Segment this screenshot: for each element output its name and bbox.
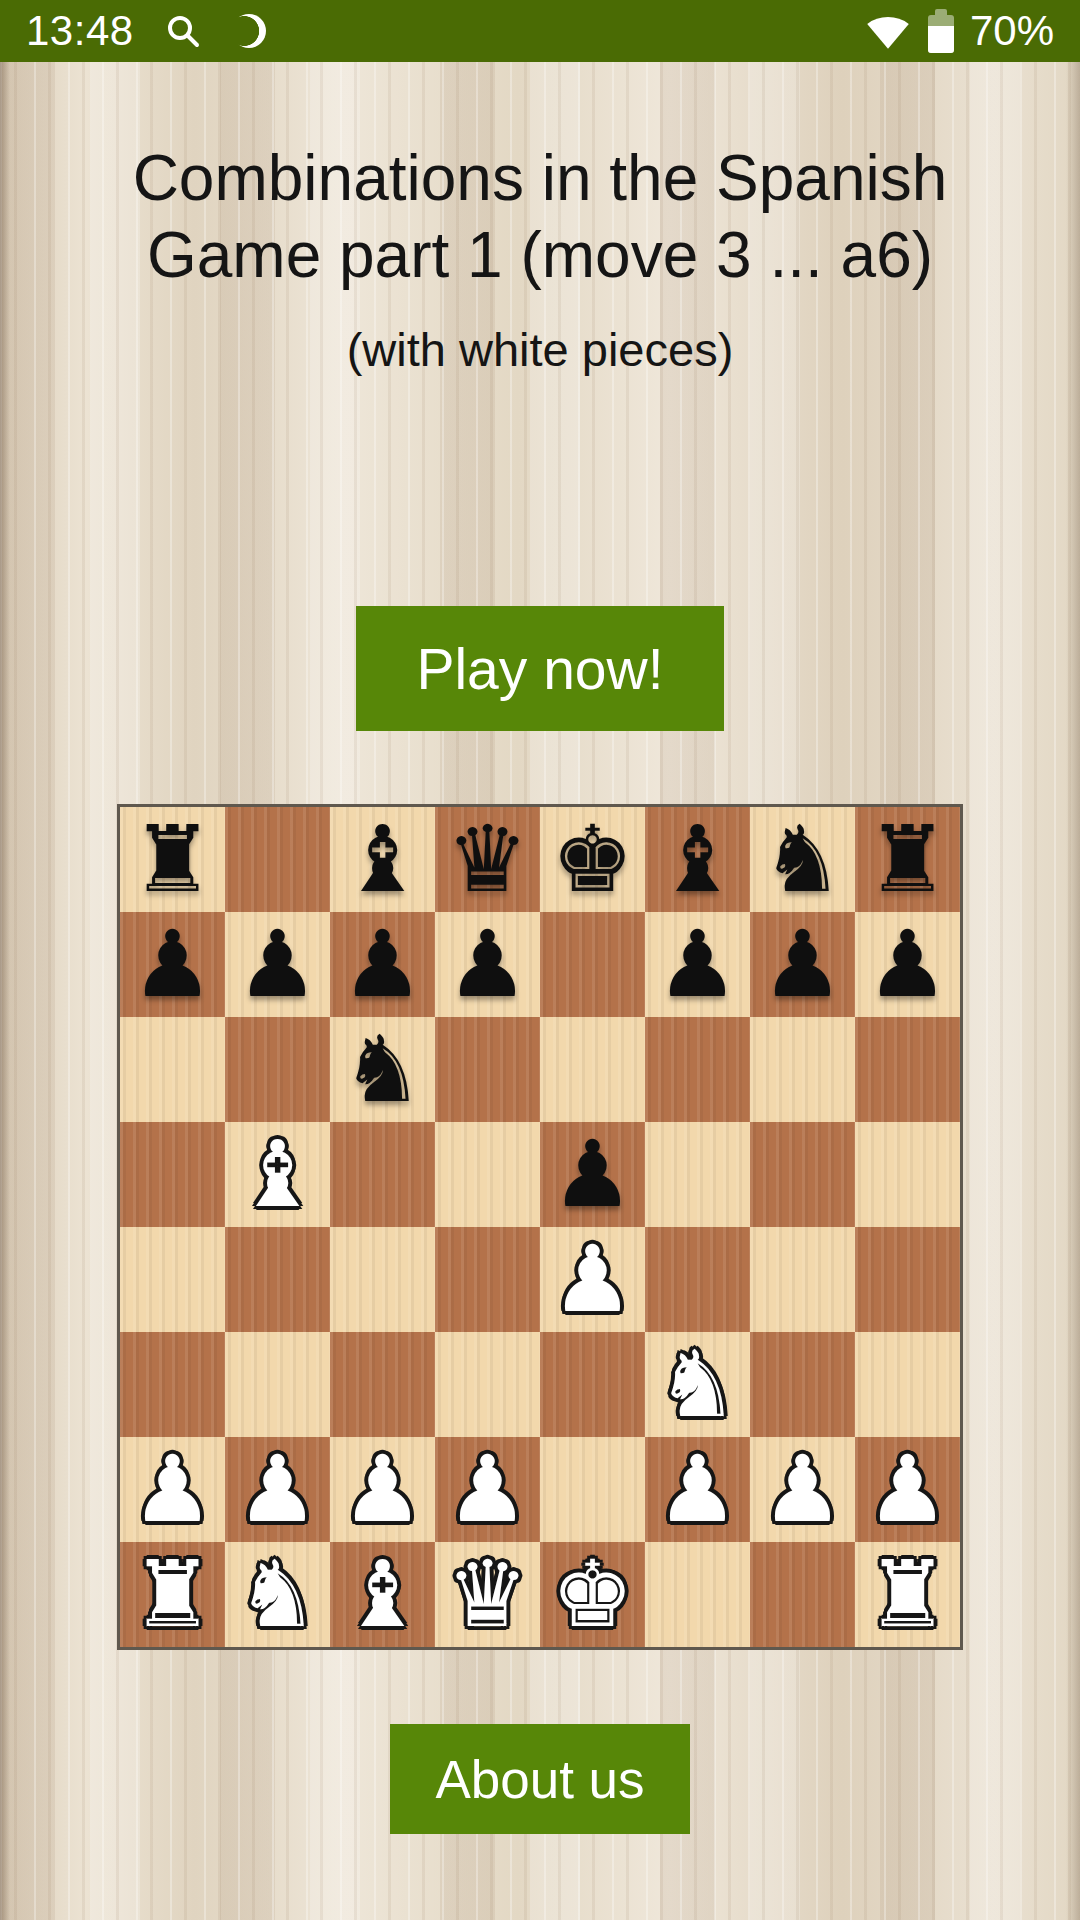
square-f1: [645, 1542, 750, 1647]
black-pawn: ♟: [855, 912, 960, 1017]
square-f3: ♞: [645, 1332, 750, 1437]
black-pawn: ♟: [645, 912, 750, 1017]
square-b8: [225, 807, 330, 912]
battery-icon: [928, 9, 954, 53]
square-g2: ♟: [750, 1437, 855, 1542]
black-pawn: ♟: [225, 912, 330, 1017]
square-b5: ♝: [225, 1122, 330, 1227]
square-g7: ♟: [750, 912, 855, 1017]
square-e1: ♚: [540, 1542, 645, 1647]
square-h1: ♜: [855, 1542, 960, 1647]
battery-percent-label: 70%: [970, 7, 1054, 55]
white-bishop: ♝: [225, 1122, 330, 1227]
square-g3: [750, 1332, 855, 1437]
search-icon[interactable]: [164, 12, 202, 50]
black-pawn: ♟: [120, 912, 225, 1017]
square-f7: ♟: [645, 912, 750, 1017]
square-e2: [540, 1437, 645, 1542]
square-d3: [435, 1332, 540, 1437]
square-a4: [120, 1227, 225, 1332]
black-queen: ♛: [435, 807, 540, 912]
square-a7: ♟: [120, 912, 225, 1017]
square-h3: [855, 1332, 960, 1437]
square-g1: [750, 1542, 855, 1647]
black-knight: ♞: [330, 1017, 435, 1122]
square-g8: ♞: [750, 807, 855, 912]
white-knight: ♞: [645, 1332, 750, 1437]
square-b6: [225, 1017, 330, 1122]
white-pawn: ♟: [330, 1437, 435, 1542]
clock: 13:48: [26, 7, 134, 55]
square-d5: [435, 1122, 540, 1227]
white-bishop: ♝: [330, 1542, 435, 1647]
white-pawn: ♟: [750, 1437, 855, 1542]
square-b7: ♟: [225, 912, 330, 1017]
white-pawn: ♟: [120, 1437, 225, 1542]
square-c2: ♟: [330, 1437, 435, 1542]
square-d8: ♛: [435, 807, 540, 912]
square-c5: [330, 1122, 435, 1227]
crescent-moon-icon: [232, 14, 266, 48]
square-d4: [435, 1227, 540, 1332]
square-d2: ♟: [435, 1437, 540, 1542]
black-bishop: ♝: [645, 807, 750, 912]
square-g4: [750, 1227, 855, 1332]
black-king: ♚: [540, 807, 645, 912]
white-pawn: ♟: [855, 1437, 960, 1542]
square-f4: [645, 1227, 750, 1332]
page-title-line1: Combinations in the Spanish: [50, 140, 1030, 217]
white-rook: ♜: [855, 1542, 960, 1647]
square-h4: [855, 1227, 960, 1332]
square-c8: ♝: [330, 807, 435, 912]
square-a5: [120, 1122, 225, 1227]
square-e6: [540, 1017, 645, 1122]
square-h7: ♟: [855, 912, 960, 1017]
square-f2: ♟: [645, 1437, 750, 1542]
square-e8: ♚: [540, 807, 645, 912]
square-e4: ♟: [540, 1227, 645, 1332]
wifi-icon: [864, 12, 912, 50]
square-a3: [120, 1332, 225, 1437]
page-subtitle: (with white pieces): [0, 322, 1080, 378]
square-e5: ♟: [540, 1122, 645, 1227]
square-f5: [645, 1122, 750, 1227]
square-h2: ♟: [855, 1437, 960, 1542]
square-a6: [120, 1017, 225, 1122]
square-c6: ♞: [330, 1017, 435, 1122]
black-knight: ♞: [750, 807, 855, 912]
square-d1: ♛: [435, 1542, 540, 1647]
square-c1: ♝: [330, 1542, 435, 1647]
black-rook: ♜: [120, 807, 225, 912]
square-c4: [330, 1227, 435, 1332]
square-b1: ♞: [225, 1542, 330, 1647]
square-h5: [855, 1122, 960, 1227]
page-title: Combinations in the Spanish Game part 1 …: [50, 140, 1030, 294]
square-f8: ♝: [645, 807, 750, 912]
play-now-button[interactable]: Play now!: [356, 606, 724, 731]
square-h8: ♜: [855, 807, 960, 912]
square-b4: [225, 1227, 330, 1332]
square-c7: ♟: [330, 912, 435, 1017]
black-pawn: ♟: [330, 912, 435, 1017]
black-pawn: ♟: [435, 912, 540, 1017]
square-b3: [225, 1332, 330, 1437]
white-pawn: ♟: [540, 1227, 645, 1332]
page-title-line2: Game part 1 (move 3 ... a6): [50, 217, 1030, 294]
square-a1: ♜: [120, 1542, 225, 1647]
black-bishop: ♝: [330, 807, 435, 912]
square-h6: [855, 1017, 960, 1122]
about-us-button[interactable]: About us: [390, 1724, 690, 1834]
square-e7: [540, 912, 645, 1017]
square-g6: [750, 1017, 855, 1122]
chess-board: ♜♝♛♚♝♞♜♟♟♟♟♟♟♟♞♝♟♟♞♟♟♟♟♟♟♟♜♞♝♛♚♜: [117, 804, 963, 1650]
white-pawn: ♟: [435, 1437, 540, 1542]
square-g5: [750, 1122, 855, 1227]
square-a8: ♜: [120, 807, 225, 912]
white-queen: ♛: [435, 1542, 540, 1647]
square-d6: [435, 1017, 540, 1122]
square-c3: [330, 1332, 435, 1437]
white-king: ♚: [540, 1542, 645, 1647]
black-rook: ♜: [855, 807, 960, 912]
white-knight: ♞: [225, 1542, 330, 1647]
black-pawn: ♟: [750, 912, 855, 1017]
white-rook: ♜: [120, 1542, 225, 1647]
white-pawn: ♟: [225, 1437, 330, 1542]
square-f6: [645, 1017, 750, 1122]
white-pawn: ♟: [645, 1437, 750, 1542]
square-b2: ♟: [225, 1437, 330, 1542]
battery-fill: [928, 26, 954, 53]
status-bar: 13:48 70%: [0, 0, 1080, 62]
square-a2: ♟: [120, 1437, 225, 1542]
black-pawn: ♟: [540, 1122, 645, 1227]
square-e3: [540, 1332, 645, 1437]
square-d7: ♟: [435, 912, 540, 1017]
